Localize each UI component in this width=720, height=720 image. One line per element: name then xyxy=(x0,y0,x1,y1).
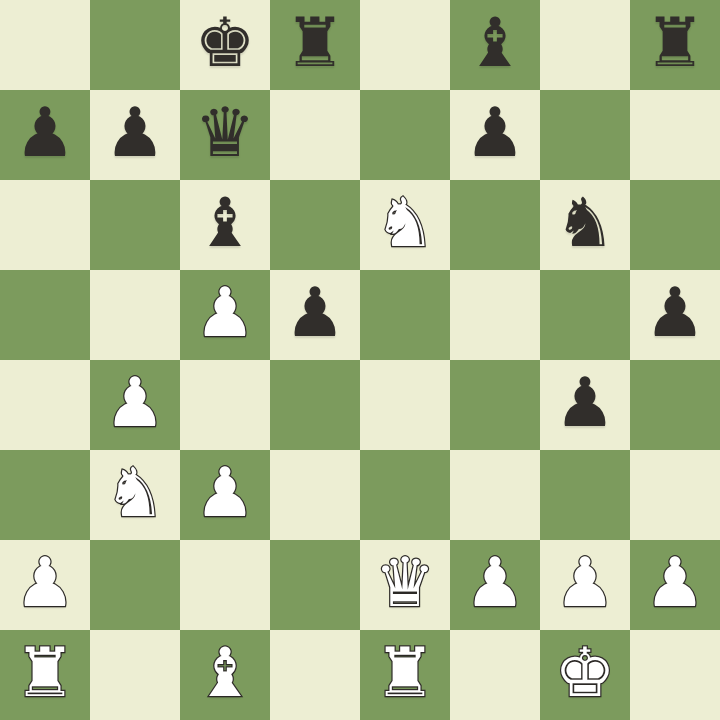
square-d1[interactable] xyxy=(270,630,360,720)
square-d7[interactable] xyxy=(270,90,360,180)
white-knight[interactable]: ♞ xyxy=(105,448,166,538)
square-a3[interactable] xyxy=(0,450,90,540)
square-e1[interactable]: ♜ xyxy=(360,630,450,720)
square-g1[interactable]: ♚ xyxy=(540,630,630,720)
square-b1[interactable] xyxy=(90,630,180,720)
square-c7[interactable]: ♛ xyxy=(180,90,270,180)
black-pawn[interactable]: ♟ xyxy=(555,358,616,448)
square-b2[interactable] xyxy=(90,540,180,630)
square-d2[interactable] xyxy=(270,540,360,630)
square-a7[interactable]: ♟ xyxy=(0,90,90,180)
black-queen[interactable]: ♛ xyxy=(195,88,256,178)
square-b4[interactable]: ♟ xyxy=(90,360,180,450)
black-bishop[interactable]: ♝ xyxy=(465,0,526,88)
square-h1[interactable] xyxy=(630,630,720,720)
square-d5[interactable]: ♟ xyxy=(270,270,360,360)
square-b5[interactable] xyxy=(90,270,180,360)
square-c4[interactable] xyxy=(180,360,270,450)
black-pawn[interactable]: ♟ xyxy=(15,88,76,178)
square-c2[interactable] xyxy=(180,540,270,630)
black-pawn[interactable]: ♟ xyxy=(465,88,526,178)
black-pawn[interactable]: ♟ xyxy=(105,88,166,178)
square-h4[interactable] xyxy=(630,360,720,450)
white-pawn[interactable]: ♟ xyxy=(465,538,526,628)
square-g6[interactable]: ♞ xyxy=(540,180,630,270)
square-f1[interactable] xyxy=(450,630,540,720)
white-pawn[interactable]: ♟ xyxy=(105,358,166,448)
square-a8[interactable] xyxy=(0,0,90,90)
square-g3[interactable] xyxy=(540,450,630,540)
square-e3[interactable] xyxy=(360,450,450,540)
square-f7[interactable]: ♟ xyxy=(450,90,540,180)
square-b3[interactable]: ♞ xyxy=(90,450,180,540)
white-queen[interactable]: ♛ xyxy=(375,538,436,628)
square-a1[interactable]: ♜ xyxy=(0,630,90,720)
square-e6[interactable]: ♞ xyxy=(360,180,450,270)
black-pawn[interactable]: ♟ xyxy=(645,268,706,358)
square-c8[interactable]: ♚ xyxy=(180,0,270,90)
white-king[interactable]: ♚ xyxy=(555,628,616,718)
square-d6[interactable] xyxy=(270,180,360,270)
square-g7[interactable] xyxy=(540,90,630,180)
square-g4[interactable]: ♟ xyxy=(540,360,630,450)
square-f3[interactable] xyxy=(450,450,540,540)
black-knight[interactable]: ♞ xyxy=(555,178,616,268)
square-h7[interactable] xyxy=(630,90,720,180)
square-h2[interactable]: ♟ xyxy=(630,540,720,630)
black-rook[interactable]: ♜ xyxy=(285,0,346,88)
square-g2[interactable]: ♟ xyxy=(540,540,630,630)
square-g5[interactable] xyxy=(540,270,630,360)
square-a5[interactable] xyxy=(0,270,90,360)
square-d4[interactable] xyxy=(270,360,360,450)
square-c6[interactable]: ♝ xyxy=(180,180,270,270)
square-f5[interactable] xyxy=(450,270,540,360)
square-h3[interactable] xyxy=(630,450,720,540)
chess-board: ♚♜♝♜♟♟♛♟♝♞♞♟♟♟♟♟♞♟♟♛♟♟♟♜♝♜♚ xyxy=(0,0,720,720)
square-c1[interactable]: ♝ xyxy=(180,630,270,720)
square-c5[interactable]: ♟ xyxy=(180,270,270,360)
square-b6[interactable] xyxy=(90,180,180,270)
square-h5[interactable]: ♟ xyxy=(630,270,720,360)
white-pawn[interactable]: ♟ xyxy=(195,448,256,538)
black-bishop[interactable]: ♝ xyxy=(195,178,256,268)
square-e2[interactable]: ♛ xyxy=(360,540,450,630)
square-f2[interactable]: ♟ xyxy=(450,540,540,630)
square-e8[interactable] xyxy=(360,0,450,90)
white-pawn[interactable]: ♟ xyxy=(195,268,256,358)
square-b8[interactable] xyxy=(90,0,180,90)
black-king[interactable]: ♚ xyxy=(195,0,256,88)
square-e5[interactable] xyxy=(360,270,450,360)
square-c3[interactable]: ♟ xyxy=(180,450,270,540)
square-a2[interactable]: ♟ xyxy=(0,540,90,630)
square-a4[interactable] xyxy=(0,360,90,450)
square-f8[interactable]: ♝ xyxy=(450,0,540,90)
square-a6[interactable] xyxy=(0,180,90,270)
black-pawn[interactable]: ♟ xyxy=(285,268,346,358)
white-pawn[interactable]: ♟ xyxy=(555,538,616,628)
square-h8[interactable]: ♜ xyxy=(630,0,720,90)
square-g8[interactable] xyxy=(540,0,630,90)
square-b7[interactable]: ♟ xyxy=(90,90,180,180)
square-d8[interactable]: ♜ xyxy=(270,0,360,90)
square-f4[interactable] xyxy=(450,360,540,450)
black-rook[interactable]: ♜ xyxy=(645,0,706,88)
white-bishop[interactable]: ♝ xyxy=(195,628,256,718)
square-f6[interactable] xyxy=(450,180,540,270)
white-pawn[interactable]: ♟ xyxy=(645,538,706,628)
square-e4[interactable] xyxy=(360,360,450,450)
white-knight[interactable]: ♞ xyxy=(375,178,436,268)
white-pawn[interactable]: ♟ xyxy=(15,538,76,628)
white-rook[interactable]: ♜ xyxy=(15,628,76,718)
square-d3[interactable] xyxy=(270,450,360,540)
square-e7[interactable] xyxy=(360,90,450,180)
square-h6[interactable] xyxy=(630,180,720,270)
white-rook[interactable]: ♜ xyxy=(375,628,436,718)
